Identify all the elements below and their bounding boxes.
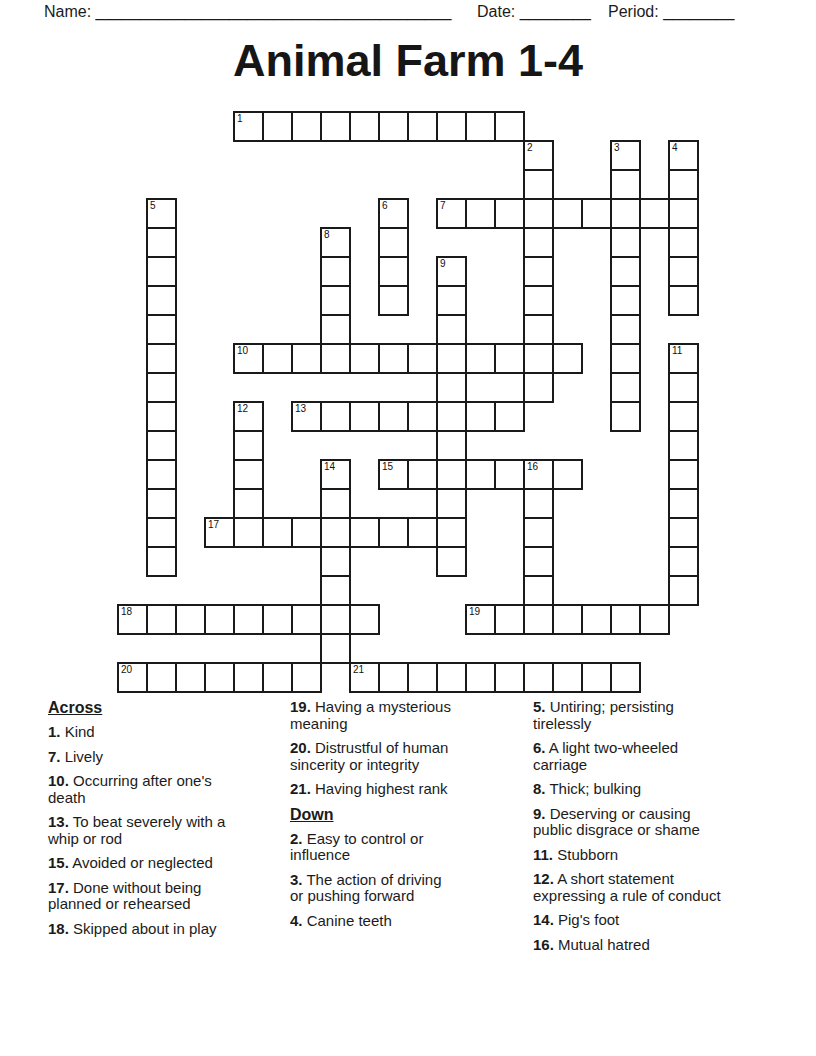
- clue-number-7: 7: [440, 200, 446, 211]
- clue-across-10-text: Occurring after one's death: [48, 772, 212, 806]
- clue-across-18-text: Skipped about in play: [73, 920, 216, 937]
- cell-r13c14[interactable]: [523, 488, 554, 519]
- cell-r19c14[interactable]: [523, 662, 554, 693]
- cell-r7c1[interactable]: [146, 314, 177, 345]
- cell-r5c17[interactable]: [610, 256, 641, 287]
- cell-r10c17[interactable]: [610, 401, 641, 432]
- clue-down-2-text: Easy to control or influence: [290, 830, 423, 864]
- clue-down-2: 2. Easy to control or influence: [290, 831, 505, 864]
- cell-r17c6[interactable]: [291, 604, 322, 635]
- cell-r17c2[interactable]: [175, 604, 206, 635]
- cell-r8c6[interactable]: [291, 343, 322, 374]
- cell-r3c13[interactable]: [494, 198, 525, 229]
- cell-r8c15[interactable]: [552, 343, 583, 374]
- cell-r8c11[interactable]: [436, 343, 467, 374]
- clue-down-12-number: 12.: [533, 870, 554, 887]
- clue-across-7: 7. Lively: [48, 749, 280, 766]
- cell-r14c14[interactable]: [523, 517, 554, 548]
- clue-down-11: 11. Stubborn: [533, 847, 773, 864]
- clue-across-10: 10. Occurring after one's death: [48, 773, 280, 806]
- cell-r10c12[interactable]: [465, 401, 496, 432]
- cell-r17c5[interactable]: [262, 604, 293, 635]
- cell-r19c1[interactable]: [146, 662, 177, 693]
- cell-r4c1[interactable]: [146, 227, 177, 258]
- cell-r19c17[interactable]: [610, 662, 641, 693]
- cell-r17c8[interactable]: [349, 604, 380, 635]
- cell-r14c7[interactable]: [320, 517, 351, 548]
- cell-r9c17[interactable]: [610, 372, 641, 403]
- cell-r0c11[interactable]: [436, 111, 467, 142]
- clue-across-17-number: 17.: [48, 879, 69, 896]
- clue-down-5-text: Untiring; persisting tirelessly: [533, 698, 674, 732]
- name-field: Name: __________________________________…: [44, 3, 452, 21]
- clue-across-19: 19. Having a mysterious meaning: [290, 699, 505, 732]
- clue-across-20: 20. Distrustful of human sincerity or in…: [290, 740, 505, 773]
- clue-across-7-number: 7.: [48, 748, 61, 765]
- cell-r8c5[interactable]: [262, 343, 293, 374]
- clue-down-8-number: 8.: [533, 780, 546, 797]
- cell-r14c8[interactable]: [349, 517, 380, 548]
- date-field: Date: ________: [477, 3, 591, 21]
- cell-r6c17[interactable]: [610, 285, 641, 316]
- clue-number-18: 18: [121, 606, 132, 617]
- cell-r2c14[interactable]: [523, 169, 554, 200]
- page-title: Animal Farm 1-4: [0, 36, 816, 86]
- cell-r11c11[interactable]: [436, 430, 467, 461]
- cell-r15c7[interactable]: [320, 546, 351, 577]
- cell-r13c11[interactable]: [436, 488, 467, 519]
- clue-number-9: 9: [440, 258, 446, 269]
- cell-r12c19[interactable]: [668, 459, 699, 490]
- cell-r19c8[interactable]: 21: [349, 662, 380, 693]
- cell-r3c15[interactable]: [552, 198, 583, 229]
- cell-r17c7[interactable]: [320, 604, 351, 635]
- clue-number-13: 13: [295, 403, 306, 414]
- cell-r0c10[interactable]: [407, 111, 438, 142]
- cell-r10c8[interactable]: [349, 401, 380, 432]
- clue-down-9: 9. Deserving or causing public disgrace …: [533, 806, 773, 839]
- clue-down-5: 5. Untiring; persisting tirelessly: [533, 699, 773, 732]
- cell-r9c14[interactable]: [523, 372, 554, 403]
- cell-r12c9[interactable]: 15: [378, 459, 409, 490]
- period-blank[interactable]: ________: [663, 3, 734, 20]
- cell-r7c11[interactable]: [436, 314, 467, 345]
- date-label: Date:: [477, 3, 515, 20]
- cell-r14c5[interactable]: [262, 517, 293, 548]
- cell-r10c4[interactable]: 12: [233, 401, 264, 432]
- cell-r4c9[interactable]: [378, 227, 409, 258]
- cell-r12c11[interactable]: [436, 459, 467, 490]
- cell-r7c14[interactable]: [523, 314, 554, 345]
- clue-down-11-number: 11.: [533, 846, 553, 863]
- cell-r8c8[interactable]: [349, 343, 380, 374]
- cell-r19c11[interactable]: [436, 662, 467, 693]
- crossword-grid: 123456789101112131415161718192021: [117, 111, 701, 695]
- cell-r13c4[interactable]: [233, 488, 264, 519]
- clue-number-4: 4: [672, 142, 678, 153]
- across-heading: Across: [48, 699, 280, 717]
- clue-number-6: 6: [382, 200, 388, 211]
- clue-number-5: 5: [150, 200, 156, 211]
- clue-across-18-number: 18.: [48, 920, 69, 937]
- cell-r0c6[interactable]: [291, 111, 322, 142]
- cell-r17c4[interactable]: [233, 604, 264, 635]
- cell-r6c11[interactable]: [436, 285, 467, 316]
- cell-r8c14[interactable]: [523, 343, 554, 374]
- clue-down-14-text: Pig's foot: [558, 911, 619, 928]
- period-label: Period:: [608, 3, 659, 20]
- cell-r8c13[interactable]: [494, 343, 525, 374]
- cell-r8c10[interactable]: [407, 343, 438, 374]
- cell-r10c13[interactable]: [494, 401, 525, 432]
- clue-number-21: 21: [353, 664, 364, 675]
- cell-r13c1[interactable]: [146, 488, 177, 519]
- clue-down-12: 12. A short statement expressing a rule …: [533, 871, 773, 904]
- clue-across-1-number: 1.: [48, 723, 61, 740]
- clue-down-11-text: Stubborn: [557, 846, 618, 863]
- clue-across-17-text: Done without being planned or rehearsed: [48, 879, 201, 913]
- clue-column-middle: 19. Having a mysterious meaning20. Distr…: [290, 699, 505, 937]
- cell-r12c4[interactable]: [233, 459, 264, 490]
- cell-r10c6[interactable]: 13: [291, 401, 322, 432]
- cell-r10c1[interactable]: [146, 401, 177, 432]
- cell-r17c1[interactable]: [146, 604, 177, 635]
- cell-r11c1[interactable]: [146, 430, 177, 461]
- clue-down-16-number: 16.: [533, 936, 554, 953]
- cell-r8c17[interactable]: [610, 343, 641, 374]
- clue-across-15: 15. Avoided or neglected: [48, 855, 280, 872]
- clue-across-17: 17. Done without being planned or rehear…: [48, 880, 280, 913]
- clue-across-19-number: 19.: [290, 698, 311, 715]
- cell-r13c19[interactable]: [668, 488, 699, 519]
- cell-r15c1[interactable]: [146, 546, 177, 577]
- clue-column-right: 5. Untiring; persisting tirelessly6. A l…: [533, 699, 773, 961]
- clue-number-15: 15: [382, 461, 393, 472]
- cell-r5c14[interactable]: [523, 256, 554, 287]
- cell-r10c7[interactable]: [320, 401, 351, 432]
- cell-r5c1[interactable]: [146, 256, 177, 287]
- clue-across-13: 13. To beat severely with a whip or rod: [48, 814, 280, 847]
- cell-r12c13[interactable]: [494, 459, 525, 490]
- clue-across-21-text: Having highest rank: [315, 780, 448, 797]
- cell-r6c19[interactable]: [668, 285, 699, 316]
- down-heading: Down: [290, 806, 505, 824]
- cell-r9c1[interactable]: [146, 372, 177, 403]
- cell-r15c14[interactable]: [523, 546, 554, 577]
- name-blank[interactable]: ________________________________________: [96, 3, 452, 20]
- cell-r0c13[interactable]: [494, 111, 525, 142]
- cell-r4c7[interactable]: 8: [320, 227, 351, 258]
- clue-down-16: 16. Mutual hatred: [533, 937, 773, 954]
- clue-number-17: 17: [208, 519, 219, 530]
- cell-r12c10[interactable]: [407, 459, 438, 490]
- clue-number-11: 11: [672, 345, 682, 356]
- cell-r3c9[interactable]: 6: [378, 198, 409, 229]
- clue-across-20-number: 20.: [290, 739, 311, 756]
- cell-r19c6[interactable]: [291, 662, 322, 693]
- cell-r10c9[interactable]: [378, 401, 409, 432]
- clue-across-15-text: Avoided or neglected: [72, 854, 213, 871]
- cell-r8c12[interactable]: [465, 343, 496, 374]
- cell-r12c1[interactable]: [146, 459, 177, 490]
- clue-down-14: 14. Pig's foot: [533, 912, 773, 929]
- cell-r1c14[interactable]: 2: [523, 140, 554, 171]
- clue-down-6-number: 6.: [533, 739, 546, 756]
- cell-r14c9[interactable]: [378, 517, 409, 548]
- cell-r4c14[interactable]: [523, 227, 554, 258]
- clue-number-16: 16: [527, 461, 538, 472]
- cell-r19c15[interactable]: [552, 662, 583, 693]
- cell-r0c12[interactable]: [465, 111, 496, 142]
- clue-down-3-number: 3.: [290, 871, 303, 888]
- cell-r8c9[interactable]: [378, 343, 409, 374]
- cell-r8c7[interactable]: [320, 343, 351, 374]
- cell-r1c17[interactable]: 3: [610, 140, 641, 171]
- cell-r5c7[interactable]: [320, 256, 351, 287]
- clue-number-3: 3: [614, 142, 620, 153]
- cell-r8c1[interactable]: [146, 343, 177, 374]
- clue-number-14: 14: [324, 461, 335, 472]
- cell-r6c9[interactable]: [378, 285, 409, 316]
- cell-r10c11[interactable]: [436, 401, 467, 432]
- cell-r3c18[interactable]: [639, 198, 670, 229]
- cell-r6c14[interactable]: [523, 285, 554, 316]
- cell-r3c14[interactable]: [523, 198, 554, 229]
- clue-down-16-text: Mutual hatred: [558, 936, 650, 953]
- clue-number-8: 8: [324, 229, 330, 240]
- cell-r11c4[interactable]: [233, 430, 264, 461]
- cell-r11c19[interactable]: [668, 430, 699, 461]
- clue-across-15-number: 15.: [48, 854, 69, 871]
- cell-r17c17[interactable]: [610, 604, 641, 635]
- cell-r19c0[interactable]: 20: [117, 662, 148, 693]
- clue-across-19-text: Having a mysterious meaning: [290, 698, 451, 732]
- cell-r0c5[interactable]: [262, 111, 293, 142]
- cell-r19c4[interactable]: [233, 662, 264, 693]
- cell-r17c15[interactable]: [552, 604, 583, 635]
- clue-number-19: 19: [469, 606, 480, 617]
- cell-r5c9[interactable]: [378, 256, 409, 287]
- cell-r15c19[interactable]: [668, 546, 699, 577]
- cell-r2c19[interactable]: [668, 169, 699, 200]
- clue-across-1: 1. Kind: [48, 724, 280, 741]
- cell-r14c10[interactable]: [407, 517, 438, 548]
- cell-r12c7[interactable]: 14: [320, 459, 351, 490]
- cell-r19c9[interactable]: [378, 662, 409, 693]
- clue-down-9-text: Deserving or causing public disgrace or …: [533, 805, 700, 839]
- cell-r16c14[interactable]: [523, 575, 554, 606]
- cell-r5c11[interactable]: 9: [436, 256, 467, 287]
- clue-column-left: Across1. Kind7. Lively10. Occurring afte…: [48, 699, 280, 945]
- cell-r3c11[interactable]: 7: [436, 198, 467, 229]
- cell-r14c19[interactable]: [668, 517, 699, 548]
- clue-down-8-text: Thick; bulking: [549, 780, 641, 797]
- cell-r19c13[interactable]: [494, 662, 525, 693]
- cell-r7c17[interactable]: [610, 314, 641, 345]
- cell-r16c7[interactable]: [320, 575, 351, 606]
- cell-r14c6[interactable]: [291, 517, 322, 548]
- cell-r3c19[interactable]: [668, 198, 699, 229]
- cell-r0c8[interactable]: [349, 111, 380, 142]
- cell-r19c12[interactable]: [465, 662, 496, 693]
- cell-r12c14[interactable]: 16: [523, 459, 554, 490]
- cell-r19c10[interactable]: [407, 662, 438, 693]
- cell-r17c3[interactable]: [204, 604, 235, 635]
- clue-down-14-number: 14.: [533, 911, 554, 928]
- clue-number-2: 2: [527, 142, 533, 153]
- cell-r3c12[interactable]: [465, 198, 496, 229]
- cell-r0c7[interactable]: [320, 111, 351, 142]
- clue-across-21-number: 21.: [290, 780, 311, 797]
- period-field: Period: ________: [608, 3, 734, 21]
- clue-across-10-number: 10.: [48, 772, 69, 789]
- cell-r17c14[interactable]: [523, 604, 554, 635]
- cell-r19c3[interactable]: [204, 662, 235, 693]
- cell-r7c7[interactable]: [320, 314, 351, 345]
- clue-down-9-number: 9.: [533, 805, 546, 822]
- clue-down-5-number: 5.: [533, 698, 546, 715]
- cell-r19c2[interactable]: [175, 662, 206, 693]
- clue-across-13-number: 13.: [48, 813, 69, 830]
- cell-r10c19[interactable]: [668, 401, 699, 432]
- clue-down-3: 3. The action of driving or pushing forw…: [290, 872, 505, 905]
- clue-across-7-text: Lively: [65, 748, 103, 765]
- cell-r14c4[interactable]: [233, 517, 264, 548]
- clue-down-6-text: A light two-wheeled carriage: [533, 739, 678, 773]
- clue-across-20-text: Distrustful of human sincerity or integr…: [290, 739, 448, 773]
- cell-r3c17[interactable]: [610, 198, 641, 229]
- cell-r8c19[interactable]: 11: [668, 343, 699, 374]
- clue-down-4-text: Canine teeth: [307, 912, 392, 929]
- cell-r18c7[interactable]: [320, 633, 351, 664]
- clue-number-1: 1: [237, 113, 243, 124]
- cell-r0c4[interactable]: 1: [233, 111, 264, 142]
- clue-down-2-number: 2.: [290, 830, 303, 847]
- cell-r14c11[interactable]: [436, 517, 467, 548]
- cell-r16c19[interactable]: [668, 575, 699, 606]
- cell-r3c1[interactable]: 5: [146, 198, 177, 229]
- cell-r15c11[interactable]: [436, 546, 467, 577]
- clue-down-4: 4. Canine teeth: [290, 913, 505, 930]
- clue-number-12: 12: [237, 403, 248, 414]
- cell-r2c17[interactable]: [610, 169, 641, 200]
- cell-r17c13[interactable]: [494, 604, 525, 635]
- worksheet-page: Name: __________________________________…: [0, 0, 816, 1056]
- cell-r8c4[interactable]: 10: [233, 343, 264, 374]
- clue-down-6: 6. A light two-wheeled carriage: [533, 740, 773, 773]
- clue-down-12-text: A short statement expressing a rule of c…: [533, 870, 721, 904]
- clue-down-8: 8. Thick; bulking: [533, 781, 773, 798]
- cell-r17c18[interactable]: [639, 604, 670, 635]
- cell-r1c19[interactable]: 4: [668, 140, 699, 171]
- clue-down-3-text: The action of driving or pushing forward: [290, 871, 442, 905]
- cell-r12c12[interactable]: [465, 459, 496, 490]
- cell-r14c1[interactable]: [146, 517, 177, 548]
- cell-r12c15[interactable]: [552, 459, 583, 490]
- clue-across-13-text: To beat severely with a whip or rod: [48, 813, 225, 847]
- cell-r19c5[interactable]: [262, 662, 293, 693]
- date-blank[interactable]: ________: [520, 3, 591, 20]
- cell-r9c11[interactable]: [436, 372, 467, 403]
- cell-r0c9[interactable]: [378, 111, 409, 142]
- cell-r4c19[interactable]: [668, 227, 699, 258]
- clue-across-21: 21. Having highest rank: [290, 781, 505, 798]
- cell-r4c17[interactable]: [610, 227, 641, 258]
- cell-r5c19[interactable]: [668, 256, 699, 287]
- clue-number-10: 10: [237, 345, 248, 356]
- cell-r13c7[interactable]: [320, 488, 351, 519]
- cell-r17c12[interactable]: 19: [465, 604, 496, 635]
- cell-r17c16[interactable]: [581, 604, 612, 635]
- clue-number-20: 20: [121, 664, 132, 675]
- cell-r19c16[interactable]: [581, 662, 612, 693]
- cell-r10c10[interactable]: [407, 401, 438, 432]
- cell-r6c7[interactable]: [320, 285, 351, 316]
- cell-r14c3[interactable]: 17: [204, 517, 235, 548]
- cell-r3c16[interactable]: [581, 198, 612, 229]
- name-label: Name:: [44, 3, 91, 20]
- clue-across-18: 18. Skipped about in play: [48, 921, 280, 938]
- clue-across-1-text: Kind: [65, 723, 95, 740]
- cell-r9c19[interactable]: [668, 372, 699, 403]
- cell-r6c1[interactable]: [146, 285, 177, 316]
- clue-down-4-number: 4.: [290, 912, 303, 929]
- cell-r17c0[interactable]: 18: [117, 604, 148, 635]
